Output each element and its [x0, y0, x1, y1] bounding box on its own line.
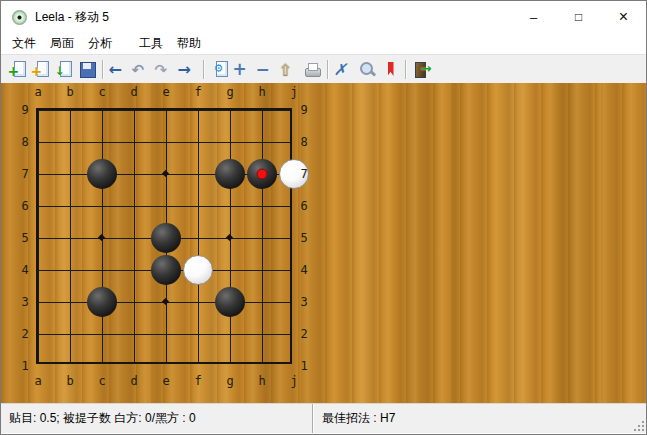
column-label-top: j — [286, 84, 302, 100]
resize-grip[interactable] — [632, 419, 644, 431]
column-label-top: h — [254, 84, 270, 100]
pass-icon — [279, 60, 299, 78]
menu-item-1[interactable]: 文件 — [5, 33, 43, 54]
black-stone-h7 — [247, 159, 277, 189]
window-controls: – □ × — [511, 1, 646, 33]
analyze-button[interactable] — [355, 58, 378, 81]
black-stone-e5 — [151, 223, 181, 253]
row-label-right: 3 — [296, 294, 312, 310]
bookmark-icon — [380, 60, 400, 78]
black-stone-c3 — [87, 287, 117, 317]
star-point — [98, 234, 105, 241]
exit-button[interactable] — [410, 58, 433, 81]
row-label-right: 5 — [296, 230, 312, 246]
toolbar-separator — [327, 60, 328, 79]
menu-item-4[interactable]: 工具 — [132, 33, 170, 54]
minimize-button[interactable]: – — [511, 1, 556, 33]
row-label-left: 6 — [17, 198, 33, 214]
row-label-right: 6 — [296, 198, 312, 214]
column-label-bottom: e — [158, 373, 174, 389]
row-label-left: 1 — [17, 358, 33, 374]
open-button[interactable] — [52, 58, 75, 81]
column-label-bottom: d — [126, 373, 142, 389]
star-point — [162, 170, 169, 177]
status-komi-captures: 贴目: 0.5; 被提子数 白方: 0/黑方 : 0 — [1, 404, 313, 433]
score-settings-icon — [210, 60, 230, 78]
zoom-out-button[interactable] — [254, 58, 277, 81]
toolbar-separator — [405, 60, 406, 79]
print-icon — [302, 60, 322, 78]
column-label-bottom: j — [286, 373, 302, 389]
column-label-top: e — [158, 84, 174, 100]
zoom-in-button[interactable] — [231, 58, 254, 81]
forward-button[interactable] — [176, 58, 199, 81]
toolbar-separator — [102, 60, 103, 79]
row-label-right: 1 — [296, 358, 312, 374]
row-label-right: 2 — [296, 326, 312, 342]
save-button[interactable] — [75, 58, 98, 81]
window-title: Leela - 移动 5 — [35, 9, 109, 26]
column-label-bottom: f — [190, 373, 206, 389]
score-settings-button[interactable] — [208, 58, 231, 81]
bookmark-button[interactable] — [378, 58, 401, 81]
row-label-left: 2 — [17, 326, 33, 342]
black-stone-e4 — [151, 255, 181, 285]
row-label-left: 4 — [17, 262, 33, 278]
app-icon — [12, 10, 27, 25]
menu-bar: 文件局面分析工具帮助 — [1, 33, 646, 54]
save-icon — [77, 60, 97, 78]
last-move-marker — [257, 169, 268, 180]
column-label-top: g — [222, 84, 238, 100]
row-label-left: 7 — [17, 166, 33, 182]
title-bar[interactable]: Leela - 移动 5 – □ × — [1, 1, 646, 33]
undo-button[interactable] — [130, 58, 153, 81]
close-button[interactable]: × — [601, 1, 646, 33]
redo-icon — [155, 60, 175, 78]
row-label-right: 9 — [296, 102, 312, 118]
status-bar: 贴目: 0.5; 被提子数 白方: 0/黑方 : 0 最佳招法 : H7 — [1, 403, 646, 433]
menu-item-3[interactable]: 分析 — [81, 33, 119, 54]
menu-item-5[interactable]: 帮助 — [170, 33, 208, 54]
column-label-bottom: h — [254, 373, 270, 389]
status-best-move: 最佳招法 : H7 — [313, 404, 646, 433]
back-button[interactable] — [107, 58, 130, 81]
resign-icon — [334, 60, 354, 78]
column-label-top: a — [30, 84, 46, 100]
column-label-top: b — [62, 84, 78, 100]
star-point — [226, 234, 233, 241]
column-label-top: c — [94, 84, 110, 100]
maximize-button[interactable]: □ — [556, 1, 601, 33]
row-label-left: 3 — [17, 294, 33, 310]
row-label-left: 5 — [17, 230, 33, 246]
black-stone-g7 — [215, 159, 245, 189]
column-label-bottom: c — [94, 373, 110, 389]
column-label-bottom: b — [62, 373, 78, 389]
go-board[interactable] — [36, 108, 292, 364]
pass-button[interactable] — [277, 58, 300, 81]
row-label-right: 4 — [296, 262, 312, 278]
new-game-icon — [8, 60, 28, 78]
column-label-top: f — [190, 84, 206, 100]
resign-button[interactable] — [332, 58, 355, 81]
row-label-right: 8 — [296, 134, 312, 150]
undo-icon — [132, 60, 152, 78]
toolbar-separator — [203, 60, 204, 79]
board-area: aabbccddeeffgghhjj998877665544332211 — [1, 83, 646, 403]
back-icon — [109, 60, 129, 78]
new-game-button[interactable] — [6, 58, 29, 81]
column-label-top: d — [126, 84, 142, 100]
forward-icon — [178, 60, 198, 78]
column-label-bottom: a — [30, 373, 46, 389]
menu-item-2[interactable]: 局面 — [43, 33, 81, 54]
zoom-in-icon — [233, 60, 253, 78]
black-stone-c7 — [87, 159, 117, 189]
new-variation-button[interactable] — [29, 58, 52, 81]
redo-button[interactable] — [153, 58, 176, 81]
toolbar — [1, 54, 646, 83]
row-label-right: 7 — [296, 166, 312, 182]
exit-icon — [412, 60, 432, 78]
zoom-out-icon — [256, 60, 276, 78]
open-icon — [54, 60, 74, 78]
star-point — [162, 298, 169, 305]
leela-window: Leela - 移动 5 – □ × 文件局面分析工具帮助 aabbccddee… — [0, 0, 647, 435]
print-button[interactable] — [300, 58, 323, 81]
black-stone-g3 — [215, 287, 245, 317]
column-label-bottom: g — [222, 373, 238, 389]
analyze-icon — [357, 60, 377, 78]
row-label-left: 9 — [17, 102, 33, 118]
row-label-left: 8 — [17, 134, 33, 150]
white-stone-f4 — [183, 255, 213, 285]
new-variation-icon — [31, 60, 51, 78]
